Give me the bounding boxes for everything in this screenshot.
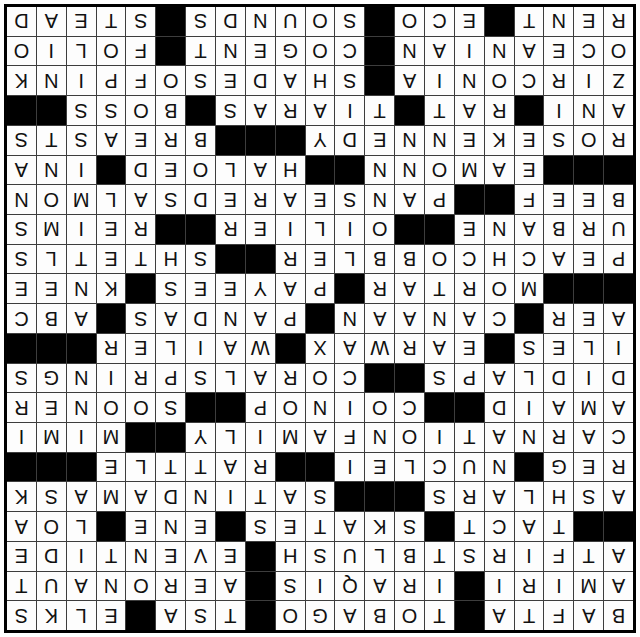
letter-cell: T [365, 96, 394, 125]
letter-cell: S [395, 512, 424, 541]
letter-cell: N [37, 156, 66, 185]
letter-cell: R [97, 334, 126, 363]
letter-cell: A [365, 304, 394, 333]
letter-cell: O [365, 215, 394, 244]
letter-cell: I [425, 572, 454, 601]
letter-cell: F [544, 601, 573, 630]
letter-cell: S [126, 304, 155, 333]
letter-cell: S [7, 364, 36, 393]
letter-cell: C [485, 512, 514, 541]
letter-cell: G [306, 601, 335, 630]
letter-cell: F [126, 66, 155, 95]
letter-cell: N [216, 304, 245, 333]
letter-cell: N [37, 66, 66, 95]
letter-cell: A [425, 334, 454, 363]
letter-cell: S [186, 7, 215, 36]
letter-cell: R [604, 126, 633, 155]
letter-cell: T [425, 601, 454, 630]
letter-cell: O [37, 185, 66, 214]
black-cell [425, 393, 454, 422]
black-cell [306, 453, 335, 482]
letter-cell: B [156, 96, 185, 125]
letter-cell: K [37, 601, 66, 630]
letter-cell: N [67, 274, 96, 303]
letter-cell: R [544, 66, 573, 95]
letter-cell: T [246, 482, 275, 511]
letter-cell: W [246, 334, 275, 363]
letter-cell: A [246, 156, 275, 185]
black-cell [186, 393, 215, 422]
letter-cell: A [455, 304, 484, 333]
letter-cell: V [186, 542, 215, 571]
letter-cell: A [485, 482, 514, 511]
letter-cell: R [126, 364, 155, 393]
letter-cell: E [515, 156, 544, 185]
letter-cell: I [335, 96, 364, 125]
letter-cell: A [395, 304, 424, 333]
letter-cell: B [186, 126, 215, 155]
letter-cell: I [67, 423, 96, 452]
letter-cell: M [574, 572, 603, 601]
letter-cell: O [156, 66, 185, 95]
letter-cell: A [485, 423, 514, 452]
black-cell [156, 7, 185, 36]
letter-cell: T [455, 423, 484, 452]
letter-cell: L [37, 245, 66, 274]
letter-cell: N [67, 393, 96, 422]
black-cell [574, 512, 603, 541]
letter-cell: E [246, 215, 275, 244]
letter-cell: I [246, 423, 275, 452]
letter-cell: L [515, 364, 544, 393]
letter-cell: E [156, 542, 185, 571]
letter-cell: N [425, 304, 454, 333]
letter-cell: I [604, 334, 633, 363]
letter-cell: A [246, 364, 275, 393]
letter-cell: L [67, 37, 96, 66]
letter-cell: T [515, 7, 544, 36]
black-cell [395, 215, 424, 244]
letter-cell: O [306, 364, 335, 393]
letter-cell: P [604, 245, 633, 274]
letter-cell: S [246, 512, 275, 541]
letter-cell: T [186, 37, 215, 66]
black-cell [126, 601, 155, 630]
letter-cell: T [425, 542, 454, 571]
letter-cell: A [97, 126, 126, 155]
letter-cell: I [425, 423, 454, 452]
letter-cell: L [306, 215, 335, 244]
letter-cell: A [276, 66, 305, 95]
letter-cell: A [395, 66, 424, 95]
letter-cell: O [306, 7, 335, 36]
letter-cell: A [216, 572, 245, 601]
letter-cell: N [485, 453, 514, 482]
letter-cell: N [485, 37, 514, 66]
black-cell [126, 423, 155, 452]
letter-cell: T [515, 601, 544, 630]
letter-cell: M [37, 423, 66, 452]
letter-cell: A [395, 185, 424, 214]
letter-cell: E [574, 453, 603, 482]
letter-cell: T [455, 512, 484, 541]
letter-cell: A [604, 572, 633, 601]
letter-cell: T [574, 542, 603, 571]
letter-cell: I [67, 542, 96, 571]
letter-cell: N [365, 156, 394, 185]
letter-cell: I [67, 66, 96, 95]
letter-cell: L [335, 245, 364, 274]
letter-cell: M [67, 185, 96, 214]
letter-cell: S [186, 66, 215, 95]
letter-cell: I [544, 96, 573, 125]
letter-cell: A [574, 601, 603, 630]
letter-cell: D [544, 364, 573, 393]
letter-cell: S [7, 126, 36, 155]
letter-cell: A [574, 423, 603, 452]
letter-cell: D [37, 542, 66, 571]
letter-cell: W [365, 334, 394, 363]
letter-cell: S [156, 274, 185, 303]
letter-cell: S [186, 245, 215, 274]
letter-cell: K [7, 66, 36, 95]
letter-cell: A [604, 393, 633, 422]
letter-cell: N [365, 423, 394, 452]
black-cell [216, 245, 245, 274]
black-cell [216, 512, 245, 541]
letter-cell: S [515, 334, 544, 363]
letter-cell: S [306, 542, 335, 571]
black-cell [37, 453, 66, 482]
letter-cell: A [126, 185, 155, 214]
letter-cell: E [544, 37, 573, 66]
black-cell [306, 304, 335, 333]
letter-cell: O [126, 572, 155, 601]
letter-cell: D [186, 185, 215, 214]
letter-cell: I [335, 453, 364, 482]
letter-cell: P [306, 274, 335, 303]
black-cell [246, 245, 275, 274]
letter-cell: O [574, 126, 603, 155]
letter-cell: P [455, 364, 484, 393]
letter-cell: N [246, 7, 275, 36]
letter-cell: R [276, 245, 305, 274]
black-cell [335, 482, 364, 511]
letter-cell: E [67, 7, 96, 36]
letter-cell: H [485, 245, 514, 274]
black-cell [7, 334, 36, 363]
letter-cell: O [37, 512, 66, 541]
letter-cell: N [425, 126, 454, 155]
letter-cell: L [216, 156, 245, 185]
letter-cell: E [515, 126, 544, 155]
letter-cell: S [67, 126, 96, 155]
letter-cell: B [365, 601, 394, 630]
letter-cell: P [97, 66, 126, 95]
letter-cell: I [186, 334, 215, 363]
letter-cell: M [97, 423, 126, 452]
letter-cell: M [276, 423, 305, 452]
letter-cell: G [276, 37, 305, 66]
letter-cell: B [544, 215, 573, 244]
letter-cell: C [485, 304, 514, 333]
letter-cell: I [67, 215, 96, 244]
letter-cell: H [276, 156, 305, 185]
black-cell [425, 512, 454, 541]
letter-cell: A [7, 156, 36, 185]
letter-cell: I [455, 37, 484, 66]
letter-cell: A [67, 572, 96, 601]
letter-cell: R [544, 304, 573, 333]
letter-cell: E [216, 274, 245, 303]
letter-cell: S [156, 393, 185, 422]
letter-cell: T [97, 7, 126, 36]
letter-cell: H [306, 66, 335, 95]
letter-cell: E [216, 185, 245, 214]
letter-cell: R [156, 126, 185, 155]
letter-cell: E [544, 185, 573, 214]
letter-cell: P [156, 364, 185, 393]
letter-cell: I [544, 572, 573, 601]
letter-cell: N [156, 512, 185, 541]
letter-cell: H [276, 542, 305, 571]
letter-cell: X [306, 334, 335, 363]
letter-cell: O [126, 393, 155, 422]
letter-cell: I [574, 66, 603, 95]
letter-cell: K [7, 482, 36, 511]
letter-cell: E [574, 245, 603, 274]
letter-cell: A [485, 601, 514, 630]
black-cell [335, 274, 364, 303]
black-cell [246, 126, 275, 155]
letter-cell: Y [246, 274, 275, 303]
letter-cell: I [335, 215, 364, 244]
black-cell [276, 126, 305, 155]
letter-cell: T [306, 512, 335, 541]
letter-cell: C [574, 37, 603, 66]
letter-cell: F [126, 37, 155, 66]
letter-cell: O [395, 7, 424, 36]
letter-cell: E [186, 274, 215, 303]
letter-cell: E [186, 572, 215, 601]
black-cell [126, 274, 155, 303]
letter-cell: N [395, 156, 424, 185]
letter-cell: A [515, 215, 544, 244]
crossword-page: BAFTATOBAGOTSAELKSAMIRIIRAQISAERONAUTATF… [0, 0, 640, 637]
letter-cell: O [425, 245, 454, 274]
letter-cell: T [544, 512, 573, 541]
letter-cell: A [156, 601, 185, 630]
letter-cell: A [515, 37, 544, 66]
letter-cell: H [156, 245, 185, 274]
letter-cell: O [485, 274, 514, 303]
letter-cell: U [455, 453, 484, 482]
letter-cell: B [395, 542, 424, 571]
letter-cell: D [485, 393, 514, 422]
letter-cell: S [7, 245, 36, 274]
letter-cell: N [7, 185, 36, 214]
black-cell [97, 512, 126, 541]
letter-cell: R [276, 96, 305, 125]
black-cell [425, 215, 454, 244]
letter-cell: E [544, 334, 573, 363]
letter-cell: A [246, 96, 275, 125]
letter-cell: E [186, 512, 215, 541]
letter-cell: C [425, 7, 454, 36]
letter-cell: E [216, 66, 245, 95]
letter-cell: L [97, 185, 126, 214]
black-cell [365, 66, 394, 95]
letter-cell: I [515, 393, 544, 422]
black-cell [365, 364, 394, 393]
letter-cell: E [37, 393, 66, 422]
black-cell [515, 453, 544, 482]
black-cell [186, 215, 215, 244]
black-cell [604, 156, 633, 185]
letter-cell: Z [604, 66, 633, 95]
letter-cell: S [276, 572, 305, 601]
black-cell [7, 453, 36, 482]
letter-cell: E [574, 185, 603, 214]
letter-cell: F [544, 542, 573, 571]
letter-cell: N [574, 96, 603, 125]
letter-cell: A [67, 304, 96, 333]
letter-cell: O [276, 393, 305, 422]
letter-cell: E [7, 274, 36, 303]
letter-cell: N [97, 572, 126, 601]
letter-cell: E [574, 7, 603, 36]
letter-cell: I [67, 156, 96, 185]
letter-cell: R [216, 215, 245, 244]
letter-cell: L [156, 334, 185, 363]
letter-cell: T [97, 542, 126, 571]
letter-cell: S [7, 215, 36, 244]
letter-cell: C [455, 245, 484, 274]
letter-cell: A [544, 393, 573, 422]
black-cell [37, 334, 66, 363]
letter-cell: A [216, 453, 245, 482]
letter-cell: R [126, 215, 155, 244]
letter-cell: T [216, 601, 245, 630]
letter-cell: E [126, 126, 155, 155]
letter-cell: S [37, 482, 66, 511]
letter-cell: B [604, 185, 633, 214]
black-cell [97, 156, 126, 185]
black-cell [455, 601, 484, 630]
letter-cell: I [515, 542, 544, 571]
letter-cell: O [365, 393, 394, 422]
letter-cell: C [7, 304, 36, 333]
letter-cell: N [126, 542, 155, 571]
letter-cell: A [335, 601, 364, 630]
letter-cell: C [335, 364, 364, 393]
letter-cell: I [7, 423, 36, 452]
letter-cell: L [67, 512, 96, 541]
letter-cell: A [425, 37, 454, 66]
letter-cell: D [246, 66, 275, 95]
letter-cell: A [246, 304, 275, 333]
letter-cell: A [485, 364, 514, 393]
letter-cell: C [515, 245, 544, 274]
letter-cell: A [604, 304, 633, 333]
letter-cell: T [67, 245, 96, 274]
letter-cell: S [216, 96, 245, 125]
letter-cell: B [604, 601, 633, 630]
letter-cell: S [425, 482, 454, 511]
black-cell [485, 334, 514, 363]
letter-cell: M [37, 215, 66, 244]
letter-cell: S [126, 7, 155, 36]
letter-cell: O [306, 37, 335, 66]
letter-cell: I [335, 393, 364, 422]
black-cell [574, 156, 603, 185]
letter-cell: O [395, 423, 424, 452]
letter-cell: P [246, 393, 275, 422]
black-cell [37, 96, 66, 125]
letter-cell: N [186, 482, 215, 511]
black-cell [395, 482, 424, 511]
letter-cell: A [37, 7, 66, 36]
letter-cell: R [365, 274, 394, 303]
letter-cell: N [515, 423, 544, 452]
letter-cell: R [485, 542, 514, 571]
letter-cell: H [544, 482, 573, 511]
letter-cell: F [335, 423, 364, 452]
letter-cell: R [485, 96, 514, 125]
crossword-board: BAFTATOBAGOTSAELKSAMIRIIRAQISAERONAUTATF… [4, 4, 636, 633]
letter-cell: K [97, 274, 126, 303]
letter-cell: N [544, 7, 573, 36]
black-cell [216, 126, 245, 155]
letter-cell: T [7, 572, 36, 601]
letter-cell: C [604, 423, 633, 452]
letter-cell: R [604, 453, 633, 482]
black-cell [97, 304, 126, 333]
black-cell [246, 601, 275, 630]
letter-cell: S [186, 601, 215, 630]
letter-cell: S [67, 96, 96, 125]
letter-cell: A [604, 542, 633, 571]
letter-cell: R [604, 7, 633, 36]
letter-cell: B [37, 304, 66, 333]
letter-cell: A [485, 156, 514, 185]
letter-cell: G [544, 453, 573, 482]
letter-cell: C [515, 66, 544, 95]
letter-cell: L [216, 364, 245, 393]
black-cell [7, 96, 36, 125]
letter-cell: M [515, 274, 544, 303]
letter-cell: R [455, 274, 484, 303]
letter-cell: R [574, 215, 603, 244]
letter-cell: R [395, 334, 424, 363]
letter-cell: P [425, 185, 454, 214]
black-cell [455, 185, 484, 214]
letter-cell: B [395, 245, 424, 274]
letter-cell: M [97, 482, 126, 511]
letter-cell: A [126, 482, 155, 511]
letter-cell: Y [186, 423, 215, 452]
letter-cell: R [276, 364, 305, 393]
letter-cell: T [156, 453, 185, 482]
letter-cell: S [306, 482, 335, 511]
letter-cell: A [604, 96, 633, 125]
black-cell [67, 453, 96, 482]
letter-cell: S [335, 66, 364, 95]
letter-cell: T [186, 453, 215, 482]
letter-cell: L [216, 423, 245, 452]
letter-cell: A [395, 274, 424, 303]
black-cell [306, 156, 335, 185]
